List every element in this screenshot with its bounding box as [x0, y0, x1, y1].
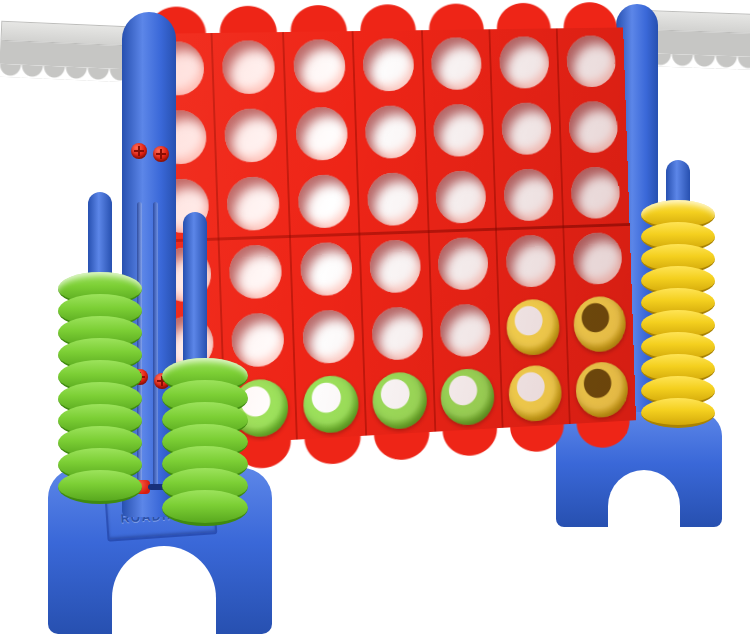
base-arch-cutout [112, 546, 216, 634]
cell-r2c5 [425, 96, 495, 164]
cell-r4c7 [564, 224, 632, 292]
cell-r3c5 [427, 162, 497, 231]
empty-hole [435, 170, 487, 224]
cell-r6c3 [295, 368, 367, 439]
empty-hole [302, 309, 355, 364]
cell-r1c6 [490, 28, 559, 95]
empty-hole [568, 100, 618, 153]
cell-r3c2 [218, 168, 291, 238]
green-disc [440, 367, 495, 426]
yellow-disc [575, 360, 629, 418]
cell-r5c4 [363, 298, 434, 368]
cell-r6c5 [434, 361, 504, 431]
base-arch-cutout [608, 470, 680, 527]
cell-r3c7 [562, 159, 630, 227]
yellow-stack-disc [641, 398, 715, 428]
cell-r1c2 [213, 32, 286, 101]
empty-hole [295, 106, 348, 160]
cell-r3c3 [288, 166, 360, 236]
cell-r4c3 [291, 233, 363, 303]
empty-hole [292, 39, 345, 93]
cell-r5c7 [566, 289, 634, 358]
cell-r1c3 [284, 31, 356, 100]
empty-hole [371, 306, 423, 361]
screw-icon [131, 143, 147, 159]
empty-hole [224, 108, 278, 163]
empty-hole [438, 236, 490, 290]
empty-hole [369, 239, 421, 294]
empty-hole [573, 231, 623, 284]
empty-hole [229, 244, 283, 299]
empty-hole [503, 168, 554, 221]
empty-hole [364, 105, 416, 159]
empty-hole [367, 172, 419, 226]
empty-hole [231, 312, 285, 368]
green-disc [302, 374, 359, 434]
empty-hole [501, 102, 552, 155]
empty-hole [499, 36, 550, 89]
cell-r1c4 [354, 30, 425, 98]
empty-hole [222, 40, 276, 94]
empty-hole [297, 174, 350, 229]
cell-r3c6 [495, 160, 564, 228]
disc-tray-right [649, 10, 750, 70]
yellow-disc [573, 295, 627, 353]
empty-hole [299, 241, 352, 296]
post-groove [153, 202, 158, 487]
empty-hole [433, 103, 485, 156]
empty-hole [226, 176, 280, 231]
empty-hole [571, 166, 621, 219]
empty-hole [440, 303, 492, 357]
yellow-disc [508, 364, 563, 422]
screw-icon [153, 146, 169, 162]
cell-r1c7 [557, 27, 625, 94]
cell-r4c2 [220, 236, 293, 307]
cell-r5c6 [499, 292, 568, 361]
giant-connect-four-photo: ROADIKIDS [0, 0, 750, 638]
yellow-disc [506, 298, 561, 356]
cell-r6c4 [365, 365, 436, 436]
cell-r6c7 [568, 355, 636, 424]
green-stack-disc [162, 490, 248, 526]
cell-r2c6 [493, 94, 562, 162]
cell-r3c4 [358, 164, 429, 233]
cell-r2c7 [559, 93, 627, 160]
cell-r6c6 [501, 358, 570, 428]
empty-hole [505, 234, 556, 288]
cell-r2c4 [356, 97, 427, 166]
cell-r4c5 [429, 229, 499, 298]
cell-r5c5 [432, 295, 502, 365]
cell-r5c3 [293, 301, 365, 372]
cell-r2c3 [286, 99, 358, 168]
cell-r4c4 [361, 231, 432, 301]
cell-r4c6 [497, 226, 566, 295]
green-stack-disc [58, 470, 142, 504]
green-disc [372, 371, 428, 430]
cell-r2c2 [215, 100, 288, 170]
empty-hole [362, 38, 414, 91]
empty-hole [431, 37, 483, 90]
empty-hole [566, 35, 616, 87]
tray-wavy-edge [649, 53, 750, 70]
cell-r1c5 [423, 29, 493, 97]
